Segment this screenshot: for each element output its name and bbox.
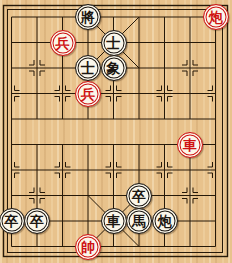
- xiangqi-board-screenshot: 將炮兵士士象兵車卒卒卒車馬炮帥: [0, 0, 232, 263]
- piece-red-general[interactable]: 帥: [75, 234, 101, 260]
- piece-black-advisor[interactable]: 士: [75, 55, 101, 81]
- piece-black-soldier[interactable]: 卒: [0, 208, 25, 234]
- piece-black-chariot[interactable]: 車: [101, 208, 127, 234]
- board: 將炮兵士士象兵車卒卒卒車馬炮帥: [0, 4, 228, 259]
- piece-red-soldier[interactable]: 兵: [50, 30, 76, 56]
- piece-black-general[interactable]: 將: [75, 4, 101, 30]
- piece-black-soldier[interactable]: 卒: [24, 208, 50, 234]
- piece-black-elephant[interactable]: 象: [101, 55, 127, 81]
- piece-red-chariot[interactable]: 車: [177, 132, 203, 158]
- piece-black-advisor[interactable]: 士: [101, 30, 127, 56]
- piece-black-cannon[interactable]: 炮: [152, 208, 178, 234]
- piece-red-cannon[interactable]: 炮: [203, 4, 229, 30]
- piece-red-soldier[interactable]: 兵: [75, 81, 101, 107]
- piece-black-soldier[interactable]: 卒: [126, 183, 152, 209]
- piece-black-horse[interactable]: 馬: [126, 208, 152, 234]
